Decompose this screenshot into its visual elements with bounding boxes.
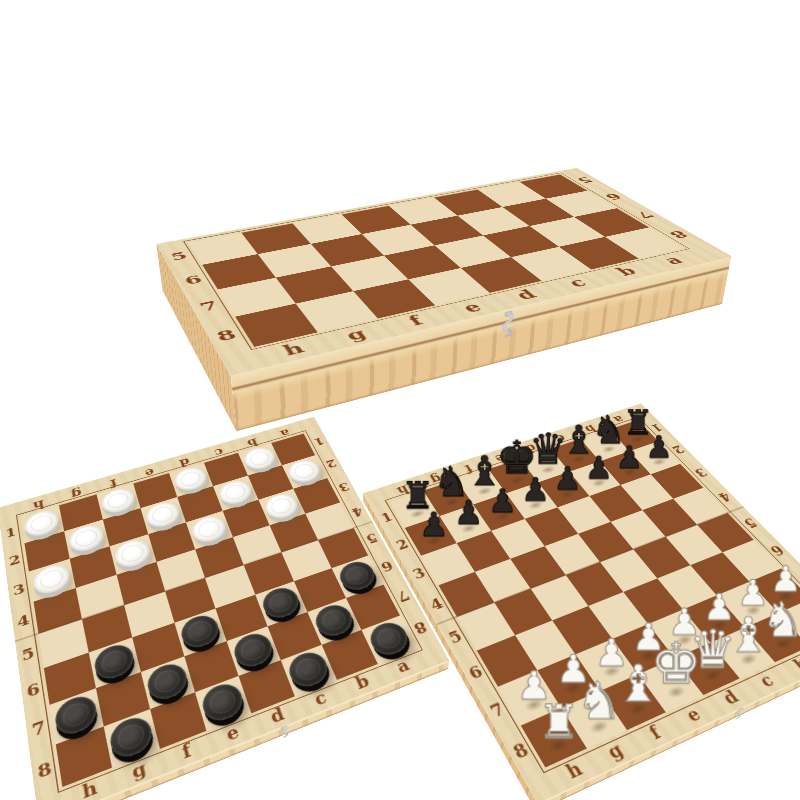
- clasp-icon: [496, 309, 519, 347]
- coord-file-far-a: a: [278, 427, 291, 438]
- white-knight: ♞: [576, 675, 623, 727]
- coord-file-far-d: d: [178, 456, 191, 468]
- coord-rank-left-7: 7: [197, 299, 220, 313]
- coord-file-near-f: f: [646, 723, 664, 742]
- square-f8: [150, 692, 206, 749]
- coord-rank-left-5: 5: [169, 250, 190, 262]
- square-d8: [239, 660, 295, 713]
- coord-file-near-c: c: [756, 671, 777, 690]
- coord-file-near-f: f: [405, 314, 426, 328]
- coord-rank-left-3: 3: [411, 566, 428, 582]
- coord-file-far-e: e: [143, 466, 155, 478]
- square-g8: [296, 291, 378, 332]
- coord-file-near-f: f: [180, 742, 193, 762]
- coord-rank-right-3: 3: [691, 466, 708, 478]
- checker-ring: [152, 667, 182, 697]
- coord-file-near-h: h: [81, 778, 99, 800]
- clasp-icon: [276, 723, 293, 744]
- coord-file-near-g: g: [130, 759, 147, 782]
- coord-rank-left-4: 4: [16, 613, 30, 630]
- checker-ring: [61, 699, 91, 730]
- checker-ring: [319, 607, 349, 633]
- square-e8: [408, 268, 489, 305]
- checkers-board: hhggffeeddccbbaa1122334455667788: [0, 370, 422, 786]
- square-h8: [235, 304, 318, 347]
- coord-rank-left-6: 6: [182, 273, 204, 286]
- coord-rank-left-3: 3: [12, 582, 26, 598]
- square-h4: [439, 572, 495, 617]
- coord-rank-left-8: 8: [214, 327, 239, 343]
- square-f7: [331, 256, 408, 292]
- square-h4: [34, 588, 82, 634]
- coord-file-near-g: g: [604, 740, 626, 762]
- coord-rank-right-3: 3: [336, 481, 351, 494]
- square-e5: [566, 562, 624, 606]
- coord-file-near-c: c: [312, 689, 329, 708]
- coord-rank-left-5: 5: [446, 629, 465, 647]
- square-h5: [457, 603, 515, 651]
- coord-file-near-b: b: [613, 265, 640, 278]
- coord-rank-left-5: 5: [21, 646, 36, 664]
- coord-rank-left-1: 1: [379, 511, 395, 525]
- coord-file-near-h: h: [563, 759, 586, 782]
- coord-rank-left-8: 8: [36, 759, 52, 782]
- coord-file-near-b: b: [790, 655, 800, 674]
- square-g4: [76, 575, 125, 619]
- coord-file-near-d: d: [268, 706, 286, 726]
- square-f5: [124, 591, 174, 637]
- coord-file-near-d: d: [512, 288, 539, 302]
- coord-rank-left-6: 6: [26, 681, 41, 700]
- white-rook: ♜: [538, 698, 580, 745]
- chess-board: hhggffeeddccbbaa1122334455667788♜♞♝♛♚♝♞♜…: [383, 354, 800, 770]
- coord-file-far-c: c: [213, 446, 225, 457]
- coord-rank-left-8: 8: [510, 740, 531, 762]
- square-d8: [461, 257, 542, 293]
- coord-rank-right-4: 4: [349, 505, 364, 518]
- coord-file-near-e: e: [459, 300, 485, 314]
- board-top: hgfedcba55667788: [156, 168, 731, 376]
- checker-ring: [100, 648, 129, 676]
- square-e7: [384, 245, 461, 279]
- square-c8: [511, 247, 591, 281]
- coord-rank-left-4: 4: [428, 596, 446, 613]
- square-h6: [202, 254, 276, 289]
- square-g4: [475, 559, 531, 603]
- coord-rank-right-4: 4: [715, 490, 733, 503]
- coord-rank-right-5: 5: [574, 176, 596, 184]
- coord-file-near-e: e: [682, 705, 704, 725]
- coord-file-far-f: f: [109, 477, 118, 488]
- checker-ring: [267, 590, 296, 615]
- board-top: hhggffeeddccbbaa1122334455667788: [0, 417, 449, 800]
- checker-ring: [238, 636, 268, 664]
- checker-ring: [207, 687, 239, 718]
- coord-rank-left-1: 1: [5, 526, 18, 540]
- square-f5: [531, 575, 589, 620]
- checker-ring: [293, 655, 324, 684]
- coord-file-near-g: g: [343, 326, 370, 342]
- coord-file-near-h: h: [280, 341, 307, 358]
- coord-rank-left-2: 2: [8, 553, 21, 568]
- checker-ring: [186, 618, 215, 645]
- coord-file-near-e: e: [224, 723, 241, 744]
- square-h5: [39, 619, 89, 668]
- coord-rank-left-2: 2: [394, 538, 410, 553]
- square-g5: [494, 589, 552, 636]
- board-top: hhggffeeddccbbaa1122334455667788♜♞♝♛♚♝♞♜…: [363, 403, 800, 800]
- coord-rank-right-1: 1: [312, 436, 326, 447]
- product-photo: hgfedcba55667788 hhggffeeddccbbaa1122334…: [0, 0, 800, 800]
- coord-rank-right-5: 5: [363, 531, 379, 545]
- coord-file-far-b: b: [245, 436, 258, 447]
- coord-rank-right-2: 2: [324, 457, 338, 469]
- square-g7: [276, 266, 354, 303]
- square-f8: [353, 279, 435, 318]
- square-h8: [56, 726, 112, 787]
- coord-file-near-c: c: [564, 276, 589, 289]
- square-h7: [218, 278, 296, 317]
- coord-rank-left-7: 7: [487, 700, 507, 721]
- coord-file-near-d: d: [719, 687, 741, 707]
- coord-file-near-b: b: [353, 673, 371, 692]
- coord-rank-left-6: 6: [466, 663, 485, 682]
- coord-rank-left-7: 7: [31, 719, 47, 740]
- checker-ring: [116, 721, 148, 754]
- coord-file-near-a: a: [660, 254, 686, 266]
